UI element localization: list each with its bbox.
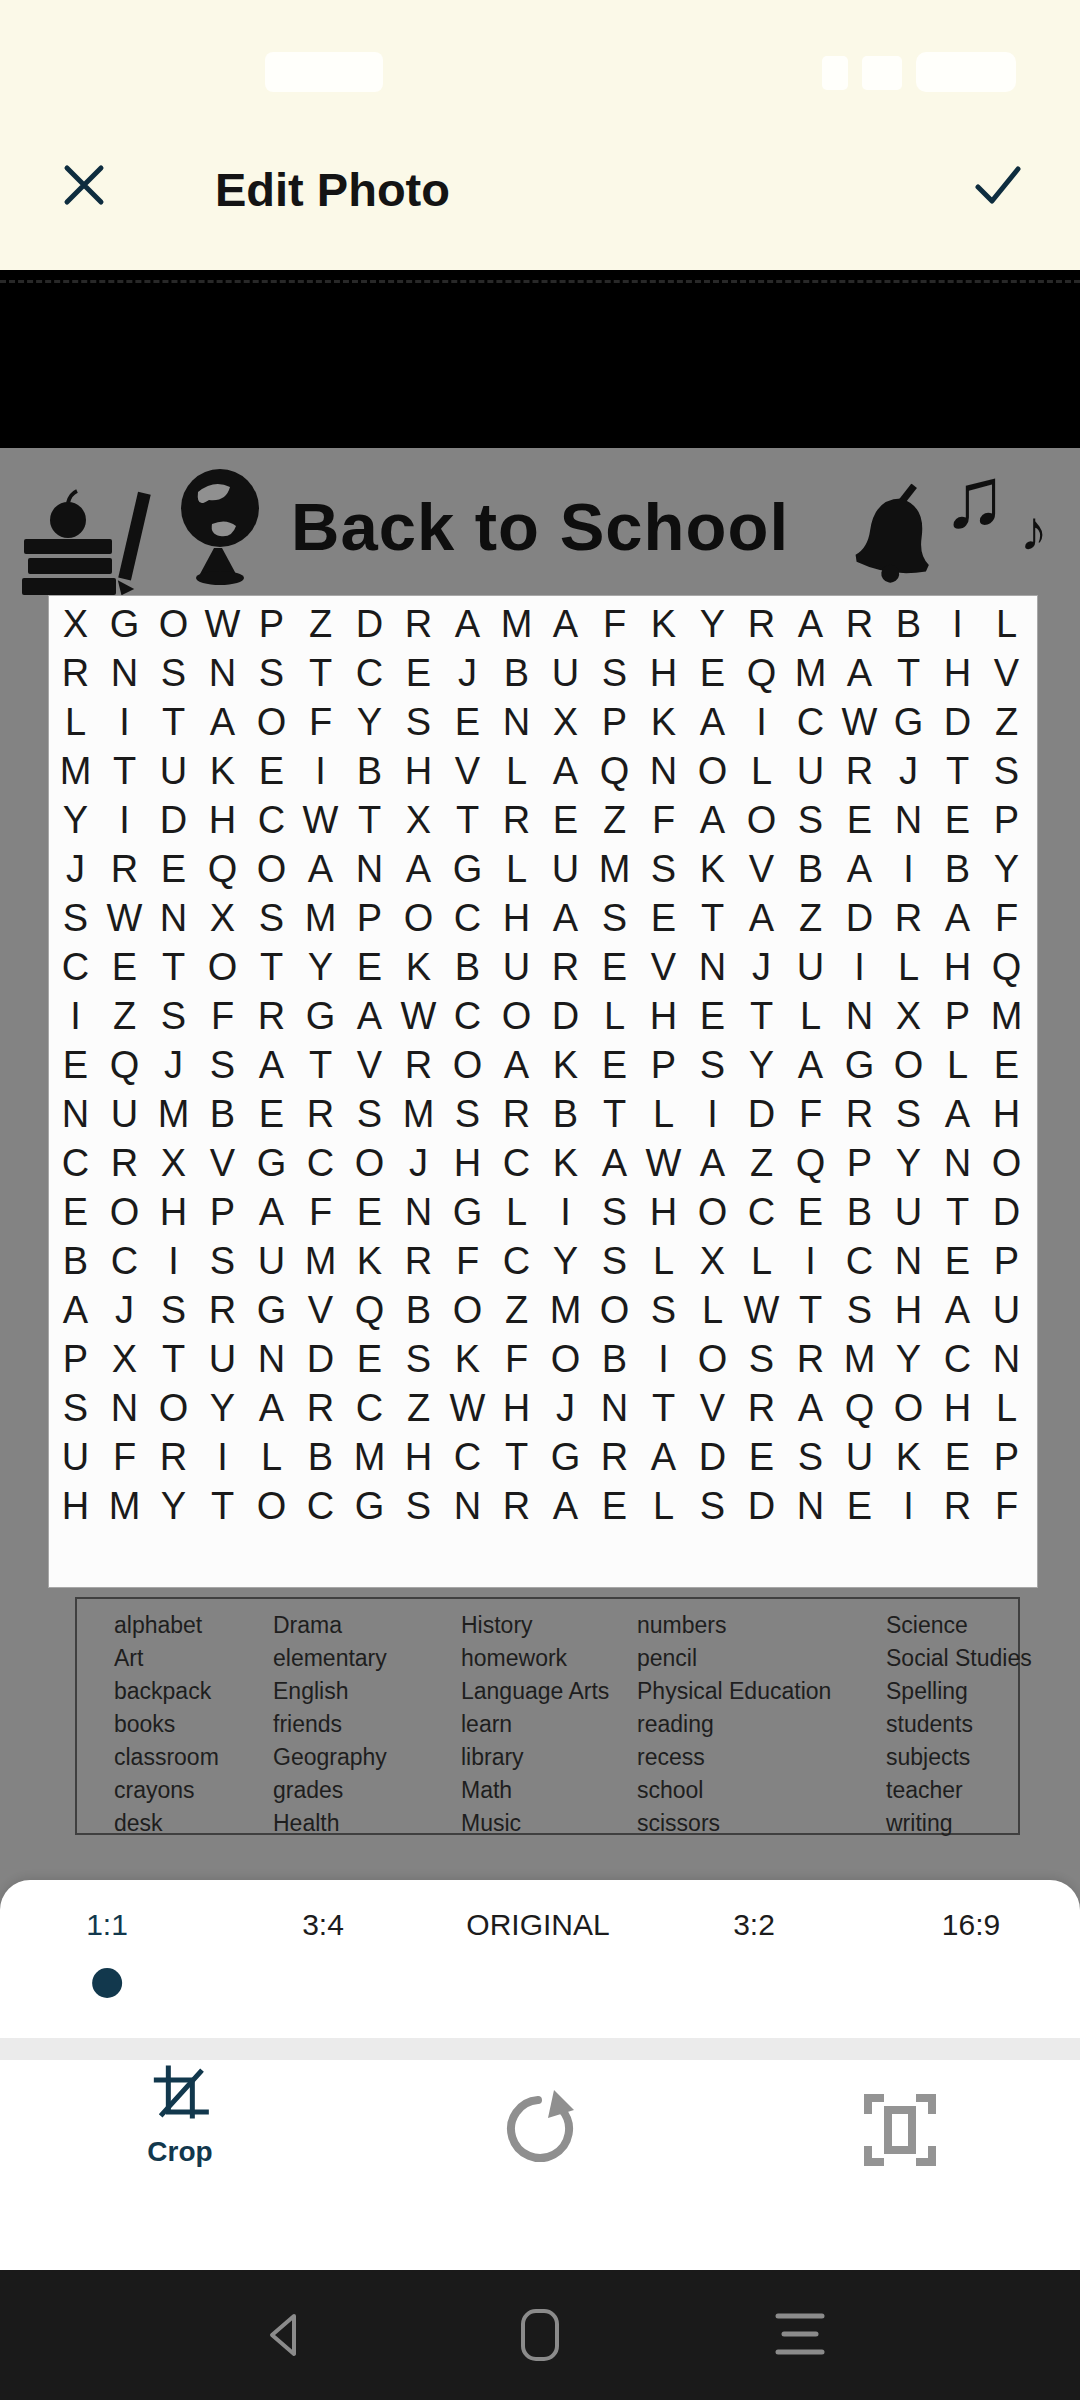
- aspect-option-16-9[interactable]: 16:9: [942, 1880, 1000, 1942]
- grid-cell: I: [541, 1188, 590, 1237]
- aspect-option-3-4[interactable]: 3:4: [302, 1880, 344, 1942]
- grid-cell: D: [149, 796, 198, 845]
- grid-cell: F: [296, 698, 345, 747]
- grid-cell: T: [443, 796, 492, 845]
- grid-cell: W: [296, 796, 345, 845]
- grid-cell: S: [51, 894, 100, 943]
- grid-cell: Z: [394, 1384, 443, 1433]
- grid-cell: Q: [345, 1286, 394, 1335]
- word-item: recess: [637, 1741, 831, 1774]
- grid-cell: J: [394, 1139, 443, 1188]
- grid-cell: N: [492, 698, 541, 747]
- grid-cell: T: [933, 747, 982, 796]
- grid-cell: C: [492, 1237, 541, 1286]
- grid-cell: I: [884, 845, 933, 894]
- grid-cell: C: [443, 992, 492, 1041]
- word-item: writing: [886, 1807, 1032, 1840]
- grid-cell: A: [394, 845, 443, 894]
- grid-cell: H: [639, 649, 688, 698]
- word-list: alphabetArtbackpackbooksclassroomcrayons…: [75, 1597, 1020, 1835]
- grid-cell: X: [100, 1335, 149, 1384]
- grid-cell: A: [933, 894, 982, 943]
- grid-cell: E: [933, 1237, 982, 1286]
- aspect-option-3-2[interactable]: 3:2: [733, 1880, 775, 1942]
- grid-cell: I: [100, 796, 149, 845]
- grid-cell: L: [737, 1237, 786, 1286]
- resize-frame-icon: [860, 2156, 940, 2173]
- grid-cell: B: [884, 600, 933, 649]
- word-item: teacher: [886, 1774, 1032, 1807]
- grid-cell: N: [884, 796, 933, 845]
- grid-cell: F: [100, 1433, 149, 1482]
- grid-cell: N: [247, 1335, 296, 1384]
- aspect-option-original[interactable]: ORIGINAL: [466, 1880, 609, 1942]
- aspect-option-1-1[interactable]: 1:1: [86, 1880, 128, 1998]
- time-indicator: [265, 52, 383, 92]
- grid-cell: T: [590, 1090, 639, 1139]
- grid-cell: D: [737, 1482, 786, 1531]
- grid-cell: O: [100, 1188, 149, 1237]
- word-column: DramaelementaryEnglishfriendsGeographygr…: [273, 1609, 387, 1840]
- grid-cell: M: [296, 1237, 345, 1286]
- grid-cell: A: [688, 698, 737, 747]
- word-item: grades: [273, 1774, 387, 1807]
- grid-cell: A: [786, 1041, 835, 1090]
- grid-cell: A: [590, 1139, 639, 1188]
- grid-cell: Z: [737, 1139, 786, 1188]
- grid-cell: N: [884, 1237, 933, 1286]
- grid-cell: B: [492, 649, 541, 698]
- edit-photo-screen: Edit Photo: [0, 0, 1080, 2400]
- grid-cell: Y: [198, 1384, 247, 1433]
- grid-cell: Y: [541, 1237, 590, 1286]
- grid-cell: F: [590, 600, 639, 649]
- grid-cell: A: [835, 845, 884, 894]
- checkmark-icon: [970, 157, 1026, 217]
- grid-cell: Y: [345, 698, 394, 747]
- grid-cell: E: [345, 943, 394, 992]
- grid-cell: U: [492, 943, 541, 992]
- word-item: homework: [461, 1642, 609, 1675]
- grid-cell: D: [345, 600, 394, 649]
- grid-cell: S: [149, 649, 198, 698]
- grid-cell: I: [100, 698, 149, 747]
- grid-cell: O: [884, 1384, 933, 1433]
- battery-icon: [916, 52, 1016, 92]
- grid-cell: A: [835, 649, 884, 698]
- grid-cell: C: [737, 1188, 786, 1237]
- grid-cell: O: [443, 1041, 492, 1090]
- grid-cell: C: [100, 1237, 149, 1286]
- grid-cell: C: [933, 1335, 982, 1384]
- grid-cell: M: [835, 1335, 884, 1384]
- grid-cell: F: [786, 1090, 835, 1139]
- grid-cell: K: [639, 600, 688, 649]
- aspect-option-label: 3:2: [733, 1908, 775, 1942]
- grid-cell: T: [688, 894, 737, 943]
- back-icon: [260, 2348, 310, 2365]
- grid-cell: E: [590, 943, 639, 992]
- music-notes-icon: ♫ ♪: [942, 454, 1007, 540]
- rotate-button[interactable]: [498, 2088, 582, 2176]
- grid-cell: O: [982, 1139, 1031, 1188]
- school-bell-icon: [844, 477, 945, 604]
- grid-cell: E: [345, 1335, 394, 1384]
- selected-indicator-dot: [92, 1968, 122, 1998]
- home-icon: [518, 2348, 562, 2365]
- grid-cell: A: [737, 894, 786, 943]
- grid-cell: R: [492, 1482, 541, 1531]
- globe-icon: [168, 462, 272, 592]
- grid-cell: O: [149, 600, 198, 649]
- grid-cell: E: [786, 1188, 835, 1237]
- word-item: library: [461, 1741, 609, 1774]
- grid-cell: C: [247, 796, 296, 845]
- recents-button[interactable]: [774, 2308, 826, 2366]
- grid-cell: E: [51, 1188, 100, 1237]
- grid-cell: S: [51, 1384, 100, 1433]
- word-item: subjects: [886, 1741, 1032, 1774]
- grid-cell: T: [737, 992, 786, 1041]
- aspect-option-label: 3:4: [302, 1908, 344, 1942]
- grid-cell: B: [443, 943, 492, 992]
- grid-cell: E: [982, 1041, 1031, 1090]
- grid-cell: A: [345, 992, 394, 1041]
- word-column: HistoryhomeworkLanguage Artslearnlibrary…: [461, 1609, 609, 1840]
- grid-cell: L: [688, 1286, 737, 1335]
- grid-cell: D: [933, 698, 982, 747]
- word-item: pencil: [637, 1642, 831, 1675]
- word-item: Math: [461, 1774, 609, 1807]
- grid-cell: X: [688, 1237, 737, 1286]
- grid-cell: T: [149, 1335, 198, 1384]
- grid-cell: N: [198, 649, 247, 698]
- word-item: Geography: [273, 1741, 387, 1774]
- grid-cell: G: [443, 1188, 492, 1237]
- grid-cell: O: [247, 1482, 296, 1531]
- grid-cell: L: [639, 1237, 688, 1286]
- word-column: ScienceSocial StudiesSpellingstudentssub…: [886, 1609, 1032, 1840]
- grid-cell: C: [835, 1237, 884, 1286]
- word-item: crayons: [114, 1774, 219, 1807]
- grid-cell: F: [982, 894, 1031, 943]
- grid-cell: R: [933, 1482, 982, 1531]
- grid-cell: O: [247, 845, 296, 894]
- grid-cell: P: [639, 1041, 688, 1090]
- grid-cell: K: [394, 943, 443, 992]
- grid-cell: C: [492, 1139, 541, 1188]
- grid-cell: S: [198, 1237, 247, 1286]
- grid-cell: A: [247, 1041, 296, 1090]
- grid-cell: M: [541, 1286, 590, 1335]
- grid-cell: Q: [835, 1384, 884, 1433]
- grid-cell: R: [541, 943, 590, 992]
- grid-cell: A: [688, 796, 737, 845]
- grid-cell: B: [541, 1090, 590, 1139]
- grid-cell: S: [394, 1482, 443, 1531]
- grid-cell: S: [149, 1286, 198, 1335]
- grid-cell: U: [982, 1286, 1031, 1335]
- grid-cell: A: [198, 698, 247, 747]
- grid-cell: Y: [884, 1139, 933, 1188]
- grid-cell: X: [541, 698, 590, 747]
- grid-cell: D: [541, 992, 590, 1041]
- status-bar: [0, 0, 1080, 105]
- grid-cell: E: [835, 1482, 884, 1531]
- grid-cell: G: [541, 1433, 590, 1482]
- grid-cell: K: [639, 698, 688, 747]
- grid-cell: L: [737, 747, 786, 796]
- grid-cell: H: [884, 1286, 933, 1335]
- grid-cell: N: [688, 943, 737, 992]
- grid-cell: O: [590, 1286, 639, 1335]
- grid-cell: R: [394, 1041, 443, 1090]
- grid-cell: P: [51, 1335, 100, 1384]
- grid-cell: W: [443, 1384, 492, 1433]
- word-item: students: [886, 1708, 1032, 1741]
- grid-cell: M: [149, 1090, 198, 1139]
- grid-cell: M: [345, 1433, 394, 1482]
- grid-cell: C: [296, 1482, 345, 1531]
- photo-canvas[interactable]: Back to School ♫ ♪ XGOWPZDRAMAFKYRARBILR…: [0, 448, 1080, 1880]
- grid-cell: I: [198, 1433, 247, 1482]
- grid-cell: N: [835, 992, 884, 1041]
- top-area: Edit Photo: [0, 0, 1080, 270]
- grid-cell: R: [198, 1286, 247, 1335]
- resize-frame-button[interactable]: [860, 2090, 940, 2174]
- grid-cell: Q: [198, 845, 247, 894]
- grid-cell: P: [982, 1433, 1031, 1482]
- grid-cell: L: [639, 1482, 688, 1531]
- grid-cell: Q: [590, 747, 639, 796]
- crop-dashed-edge: [0, 280, 1080, 283]
- grid-cell: H: [51, 1482, 100, 1531]
- grid-cell: B: [786, 845, 835, 894]
- word-item: elementary: [273, 1642, 387, 1675]
- grid-cell: I: [51, 992, 100, 1041]
- grid-cell: V: [639, 943, 688, 992]
- word-item: classroom: [114, 1741, 219, 1774]
- grid-cell: Q: [982, 943, 1031, 992]
- grid-cell: G: [296, 992, 345, 1041]
- x-close-icon: [58, 159, 110, 215]
- grid-cell: H: [933, 943, 982, 992]
- grid-cell: M: [394, 1090, 443, 1139]
- grid-cell: N: [933, 1139, 982, 1188]
- grid-cell: G: [345, 1482, 394, 1531]
- grid-cell: L: [639, 1090, 688, 1139]
- grid-cell: U: [541, 649, 590, 698]
- grid-cell: R: [247, 992, 296, 1041]
- grid-cell: Y: [737, 1041, 786, 1090]
- grid-cell: N: [51, 1090, 100, 1139]
- grid-cell: S: [247, 894, 296, 943]
- grid-cell: O: [688, 1335, 737, 1384]
- grid-cell: E: [345, 1188, 394, 1237]
- grid-cell: Y: [51, 796, 100, 845]
- grid-cell: L: [492, 747, 541, 796]
- home-button[interactable]: [518, 2308, 562, 2366]
- grid-cell: L: [492, 1188, 541, 1237]
- grid-cell: Q: [786, 1139, 835, 1188]
- grid-cell: T: [884, 649, 933, 698]
- grid-cell: U: [884, 1188, 933, 1237]
- grid-cell: A: [933, 1090, 982, 1139]
- grid-cell: E: [394, 649, 443, 698]
- grid-cell: P: [345, 894, 394, 943]
- books-apple-pencil-icon: [16, 486, 166, 602]
- grid-cell: M: [296, 894, 345, 943]
- grid-cell: S: [394, 698, 443, 747]
- grid-cell: H: [492, 1384, 541, 1433]
- grid-cell: H: [492, 894, 541, 943]
- grid-cell: S: [639, 1286, 688, 1335]
- grid-cell: X: [149, 1139, 198, 1188]
- grid-cell: K: [884, 1433, 933, 1482]
- grid-cell: K: [443, 1335, 492, 1384]
- word-search-page: XGOWPZDRAMAFKYRARBILRNSNSTCEJBUSHEQMATHV…: [48, 595, 1038, 1588]
- word-item: Drama: [273, 1609, 387, 1642]
- grid-cell: E: [688, 992, 737, 1041]
- grid-cell: L: [590, 992, 639, 1041]
- grid-cell: C: [786, 698, 835, 747]
- grid-cell: U: [541, 845, 590, 894]
- grid-cell: T: [492, 1433, 541, 1482]
- grid-cell: G: [835, 1041, 884, 1090]
- grid-cell: R: [100, 1139, 149, 1188]
- grid-cell: S: [149, 992, 198, 1041]
- grid-cell: Z: [590, 796, 639, 845]
- grid-cell: F: [492, 1335, 541, 1384]
- grid-cell: S: [198, 1041, 247, 1090]
- crop-tool-button[interactable]: Crop: [147, 2060, 212, 2168]
- grid-cell: R: [835, 600, 884, 649]
- word-item: friends: [273, 1708, 387, 1741]
- word-column: numberspencilPhysical Educationreadingre…: [637, 1609, 831, 1840]
- grid-cell: U: [835, 1433, 884, 1482]
- word-item: English: [273, 1675, 387, 1708]
- grid-cell: H: [394, 747, 443, 796]
- grid-cell: B: [51, 1237, 100, 1286]
- word-item: Physical Education: [637, 1675, 831, 1708]
- grid-cell: S: [345, 1090, 394, 1139]
- grid-cell: O: [884, 1041, 933, 1090]
- grid-cell: T: [345, 796, 394, 845]
- grid-cell: M: [786, 649, 835, 698]
- grid-cell: L: [884, 943, 933, 992]
- grid-cell: L: [492, 845, 541, 894]
- grid-cell: E: [590, 1482, 639, 1531]
- grid-cell: Z: [982, 698, 1031, 747]
- grid-cell: R: [100, 845, 149, 894]
- grid-cell: S: [443, 1090, 492, 1139]
- grid-cell: I: [149, 1237, 198, 1286]
- grid-cell: C: [345, 1384, 394, 1433]
- grid-cell: T: [149, 943, 198, 992]
- grid-cell: E: [247, 747, 296, 796]
- grid-cell: G: [247, 1139, 296, 1188]
- grid-cell: R: [492, 796, 541, 845]
- grid-cell: P: [247, 600, 296, 649]
- grid-cell: T: [296, 1041, 345, 1090]
- confirm-button[interactable]: [966, 155, 1030, 219]
- grid-cell: A: [51, 1286, 100, 1335]
- grid-cell: E: [443, 698, 492, 747]
- grid-cell: S: [737, 1335, 786, 1384]
- grid-cell: N: [345, 845, 394, 894]
- grid-cell: C: [296, 1139, 345, 1188]
- grid-cell: V: [345, 1041, 394, 1090]
- grid-cell: B: [345, 747, 394, 796]
- grid-cell: I: [688, 1090, 737, 1139]
- grid-cell: N: [149, 894, 198, 943]
- grid-cell: A: [247, 1384, 296, 1433]
- grid-cell: R: [51, 649, 100, 698]
- grid-cell: V: [443, 747, 492, 796]
- grid-cell: O: [149, 1384, 198, 1433]
- grid-cell: S: [590, 894, 639, 943]
- grid-cell: G: [443, 845, 492, 894]
- grid-cell: W: [835, 698, 884, 747]
- wifi-icon: [862, 56, 902, 90]
- grid-cell: R: [492, 1090, 541, 1139]
- grid-cell: Z: [492, 1286, 541, 1335]
- grid-cell: I: [933, 600, 982, 649]
- word-item: Health: [273, 1807, 387, 1840]
- grid-cell: S: [688, 1482, 737, 1531]
- back-button[interactable]: [260, 2308, 310, 2366]
- grid-cell: L: [933, 1041, 982, 1090]
- grid-cell: G: [247, 1286, 296, 1335]
- letter-grid: XGOWPZDRAMAFKYRARBILRNSNSTCEJBUSHEQMATHV…: [51, 600, 1031, 1531]
- grid-cell: L: [982, 1384, 1031, 1433]
- grid-cell: L: [51, 698, 100, 747]
- grid-cell: H: [443, 1139, 492, 1188]
- grid-cell: Y: [982, 845, 1031, 894]
- page-title: Edit Photo: [215, 162, 450, 217]
- grid-cell: E: [933, 796, 982, 845]
- grid-cell: R: [786, 1335, 835, 1384]
- word-item: Social Studies: [886, 1642, 1032, 1675]
- grid-cell: T: [100, 747, 149, 796]
- grid-cell: V: [198, 1139, 247, 1188]
- grid-cell: A: [541, 1482, 590, 1531]
- grid-cell: A: [541, 894, 590, 943]
- grid-cell: E: [688, 649, 737, 698]
- grid-cell: P: [590, 698, 639, 747]
- aspect-option-label: ORIGINAL: [466, 1908, 609, 1942]
- grid-cell: E: [590, 1041, 639, 1090]
- grid-cell: L: [247, 1433, 296, 1482]
- recents-icon: [774, 2348, 826, 2365]
- grid-cell: R: [835, 747, 884, 796]
- signal-icon: [822, 56, 848, 90]
- grid-cell: Q: [100, 1041, 149, 1090]
- grid-cell: S: [786, 1433, 835, 1482]
- grid-cell: B: [198, 1090, 247, 1139]
- grid-cell: W: [639, 1139, 688, 1188]
- grid-cell: S: [590, 1188, 639, 1237]
- music-note-small: ♪: [1020, 498, 1048, 563]
- grid-cell: J: [149, 1041, 198, 1090]
- grid-cell: U: [149, 747, 198, 796]
- word-item: learn: [461, 1708, 609, 1741]
- grid-cell: T: [786, 1286, 835, 1335]
- grid-cell: V: [737, 845, 786, 894]
- grid-cell: R: [394, 1237, 443, 1286]
- close-button[interactable]: [52, 155, 116, 219]
- grid-cell: E: [835, 796, 884, 845]
